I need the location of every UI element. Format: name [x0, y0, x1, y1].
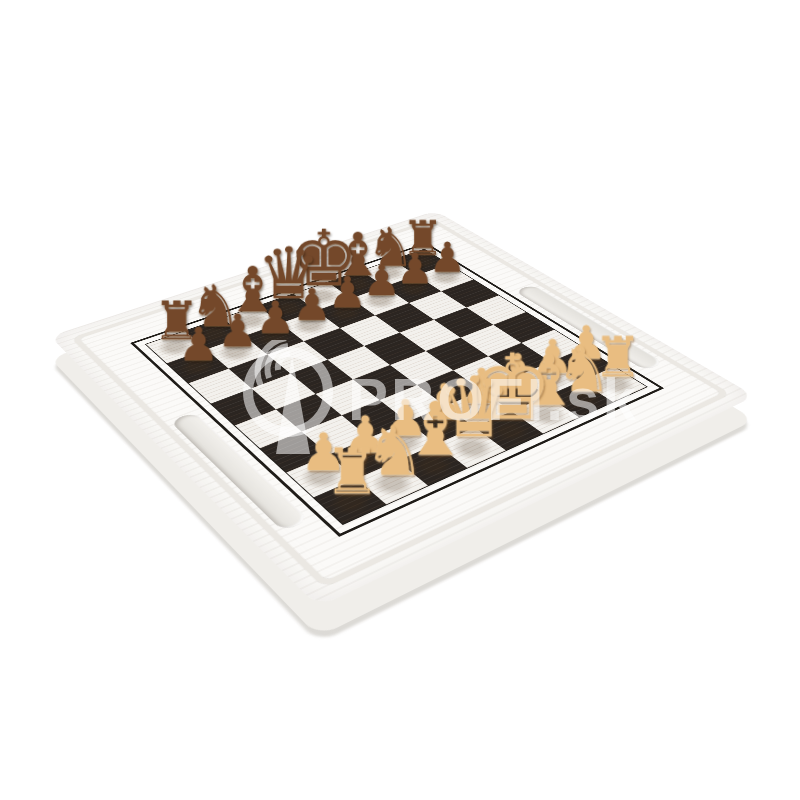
white-rook-glyph: ♜ [282, 441, 422, 504]
chess-board: ♜♞♝♚♛♝♞♜♟♟♟♟♟♟♟♟♟♟♟♟♟♟♟♟♜♞♝♚♛♝♞♜ [50, 211, 755, 608]
black-pawn-glyph: ♟ [138, 321, 258, 367]
product-photo: ♜♞♝♚♛♝♞♜♟♟♟♟♟♟♟♟♟♟♟♟♟♟♟♟♜♞♝♚♛♝♞♜ [0, 0, 800, 800]
